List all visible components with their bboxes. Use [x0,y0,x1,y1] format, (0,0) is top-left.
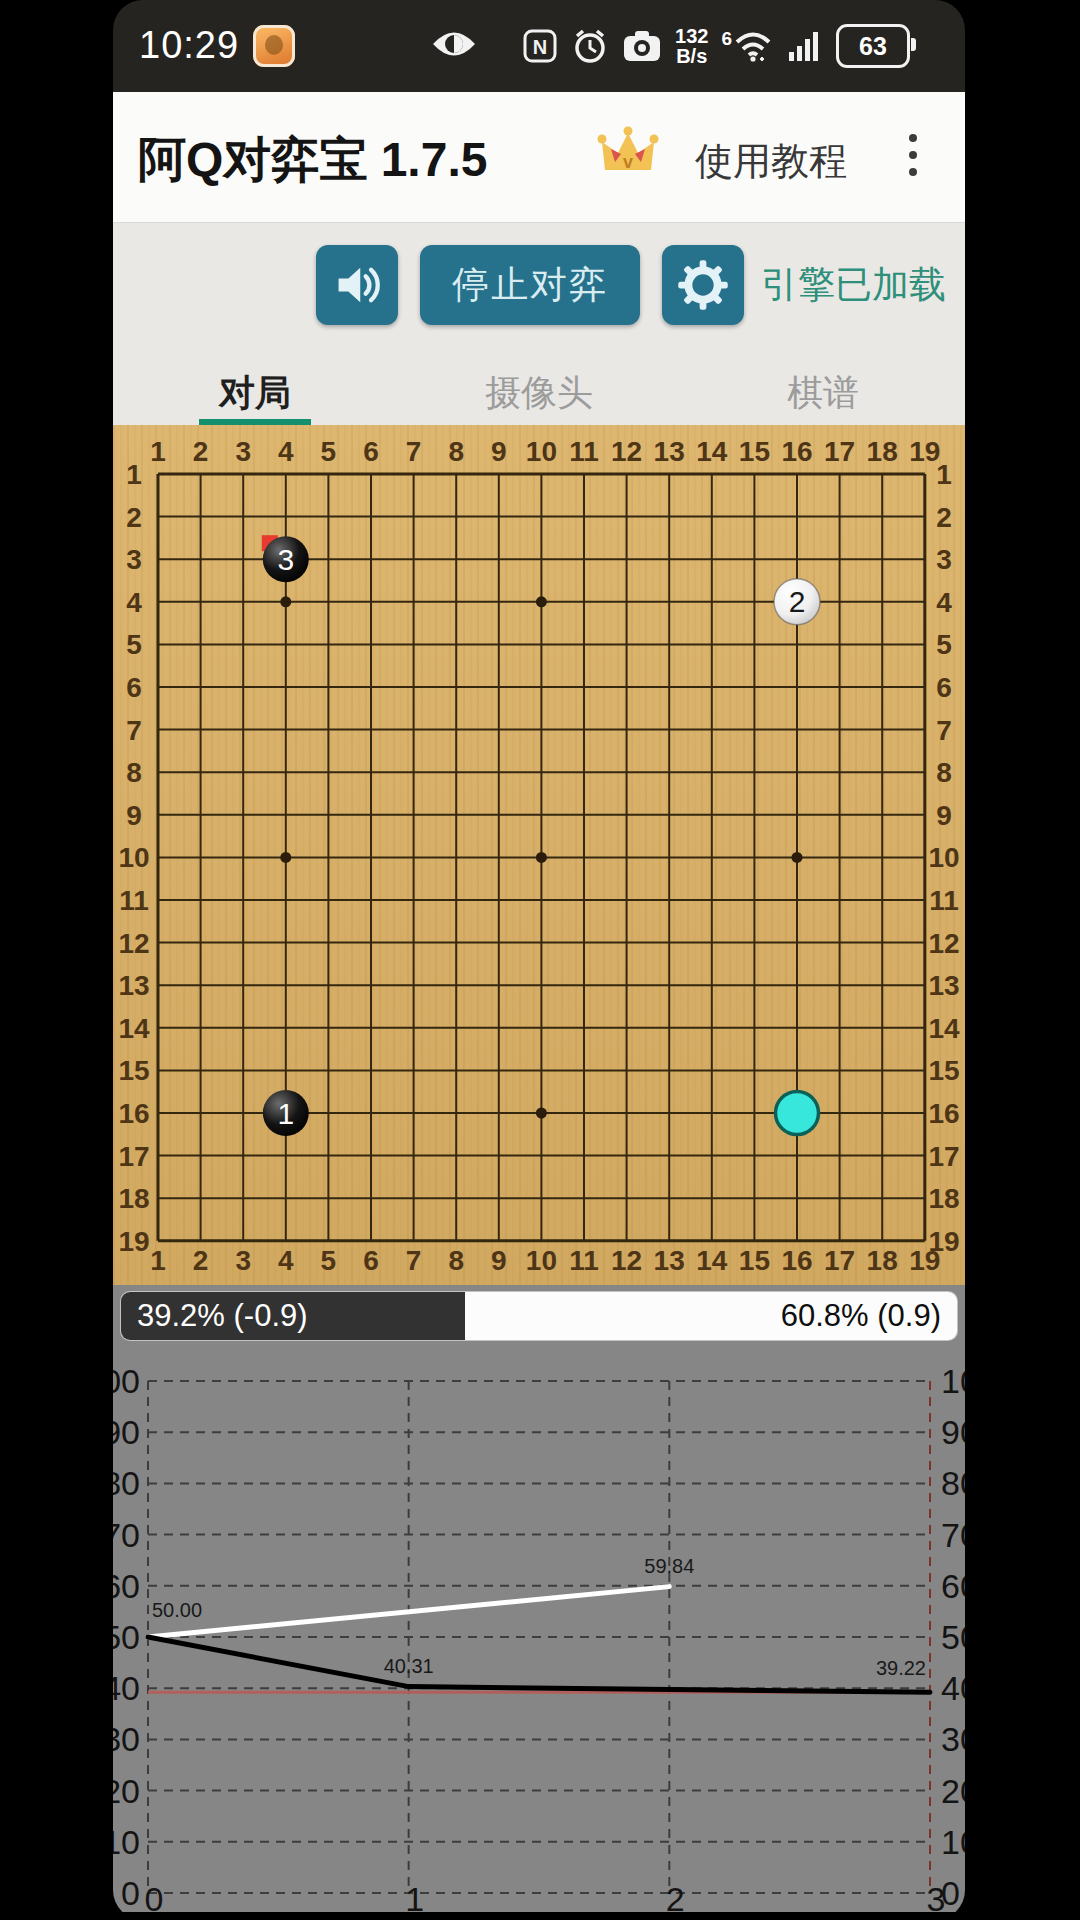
svg-text:5: 5 [321,1245,337,1276]
svg-text:4: 4 [936,587,952,618]
svg-text:11: 11 [569,436,599,467]
svg-text:3: 3 [126,544,142,575]
svg-text:13: 13 [654,1245,685,1276]
svg-text:17: 17 [928,1141,959,1172]
point-label: 40.31 [384,1655,434,1677]
tab-bar: 对局摄像头棋谱 [113,360,965,426]
svg-text:15: 15 [739,1245,770,1276]
star-point [280,596,291,607]
svg-text:0: 0 [121,1874,140,1912]
winrate-bar: 39.2% (-0.9) 60.8% (0.9) [121,1292,957,1340]
svg-text:20: 20 [941,1772,965,1810]
svg-text:10: 10 [941,1823,965,1861]
vip-crown-icon[interactable]: v [595,124,661,184]
white-winrate-label: 60.8% (0.9) [781,1292,941,1340]
notification-app-icon [253,25,295,67]
svg-text:1: 1 [126,459,142,490]
svg-text:8: 8 [126,757,142,788]
alarm-icon [571,27,609,65]
svg-text:30: 30 [941,1720,965,1758]
svg-text:8: 8 [936,757,952,788]
svg-text:80: 80 [941,1464,965,1502]
svg-text:18: 18 [867,1245,898,1276]
series-black-win-rate [148,1637,930,1692]
stop-game-button[interactable]: 停止对弈 [420,245,640,325]
svg-text:4: 4 [278,436,294,467]
phone-screen: 10:29 N 132 B/s 6 63 阿Q对弈宝 1.7.5 v 使用教程 [113,0,965,1920]
tutorial-link[interactable]: 使用教程 [695,136,847,187]
overflow-menu-icon[interactable] [903,128,923,182]
svg-text:19: 19 [928,1226,959,1257]
star-point [536,1108,547,1119]
star-point [536,852,547,863]
svg-text:16: 16 [928,1098,959,1129]
svg-text:2: 2 [936,502,952,533]
svg-text:6: 6 [363,1245,379,1276]
svg-text:15: 15 [928,1055,959,1086]
svg-text:7: 7 [406,1245,422,1276]
star-point [536,596,547,607]
star-point [280,852,291,863]
svg-text:10: 10 [113,1823,140,1861]
nfc-icon: N [522,28,558,64]
svg-text:7: 7 [126,715,142,746]
stone-move-number: 2 [789,585,806,618]
svg-text:12: 12 [611,436,642,467]
svg-text:70: 70 [113,1516,140,1554]
status-bar: 10:29 N 132 B/s 6 63 [113,0,965,92]
svg-text:16: 16 [781,1245,812,1276]
star-point [792,852,803,863]
svg-text:15: 15 [739,436,770,467]
svg-text:12: 12 [611,1245,642,1276]
svg-text:v: v [623,152,633,172]
camera-icon [622,29,662,63]
control-panel: 停止对弈 引擎已加载 对局摄像头棋谱 [113,222,965,426]
svg-text:11: 11 [119,885,149,916]
svg-text:5: 5 [936,629,952,660]
svg-text:40: 40 [113,1669,140,1707]
svg-text:60: 60 [113,1567,140,1605]
svg-text:8: 8 [448,1245,464,1276]
svg-text:2: 2 [193,436,209,467]
svg-text:2: 2 [666,1880,685,1918]
svg-text:10: 10 [118,842,149,873]
battery-icon: 63 [836,24,910,68]
go-board[interactable]: 1111222233334444555566667777888899991010… [113,425,965,1285]
svg-text:60: 60 [941,1567,965,1605]
svg-text:15: 15 [118,1055,149,1086]
ai-suggestion-stone [776,1092,819,1135]
signal-icon [787,28,823,64]
winrate-black-segment: 39.2% (-0.9) [121,1292,465,1340]
svg-text:18: 18 [928,1183,959,1214]
svg-text:9: 9 [491,1245,507,1276]
svg-text:16: 16 [118,1098,149,1129]
svg-text:3: 3 [235,436,251,467]
engine-status: 引擎已加载 [761,245,946,325]
svg-text:1: 1 [150,436,166,467]
svg-text:100: 100 [941,1362,965,1400]
svg-text:70: 70 [941,1516,965,1554]
status-icons: N 132 B/s 6 63 [522,0,910,92]
svg-text:3: 3 [927,1880,946,1918]
svg-text:18: 18 [867,436,898,467]
svg-text:17: 17 [118,1141,149,1172]
analysis-panel: 39.2% (-0.9) 60.8% (0.9) 001010202030304… [113,1285,965,1912]
svg-text:2: 2 [126,502,142,533]
point-label: 39.22 [876,1657,926,1679]
svg-text:0: 0 [145,1880,164,1918]
black-winrate-label: 39.2% (-0.9) [137,1298,308,1334]
svg-text:50: 50 [113,1618,140,1656]
sound-button[interactable] [316,245,398,325]
svg-text:50: 50 [941,1618,965,1656]
svg-text:10: 10 [526,436,557,467]
wifi-icon: 6 [721,28,774,64]
title-bar: 阿Q对弈宝 1.7.5 v 使用教程 [113,92,965,222]
page-title: 阿Q对弈宝 1.7.5 [138,128,487,192]
svg-text:16: 16 [781,436,812,467]
svg-text:1: 1 [150,1245,166,1276]
svg-text:13: 13 [654,436,685,467]
svg-text:5: 5 [126,629,142,660]
svg-text:14: 14 [928,1013,960,1044]
stone-move-number: 3 [277,543,294,576]
svg-text:4: 4 [126,587,142,618]
svg-text:9: 9 [126,800,142,831]
network-speed: 132 B/s [675,26,708,66]
svg-text:14: 14 [696,436,728,467]
svg-text:3: 3 [235,1245,251,1276]
svg-text:30: 30 [113,1720,140,1758]
svg-text:7: 7 [936,715,952,746]
svg-text:80: 80 [113,1464,140,1502]
svg-text:6: 6 [126,672,142,703]
svg-text:11: 11 [569,1245,599,1276]
svg-text:13: 13 [928,970,959,1001]
speaker-icon [331,259,383,311]
svg-text:20: 20 [113,1772,140,1810]
svg-text:11: 11 [929,885,959,916]
tab-2[interactable]: 摄像头 [397,360,681,426]
svg-text:12: 12 [928,928,959,959]
svg-text:5: 5 [321,436,337,467]
svg-text:13: 13 [118,970,149,1001]
clock: 10:29 [139,24,239,67]
svg-text:1: 1 [405,1880,424,1918]
svg-text:19: 19 [909,436,940,467]
svg-text:18: 18 [118,1183,149,1214]
tab-3[interactable]: 棋谱 [681,360,965,426]
svg-text:14: 14 [696,1245,728,1276]
svg-text:14: 14 [118,1013,150,1044]
svg-text:8: 8 [448,436,464,467]
svg-text:10: 10 [928,842,959,873]
svg-text:100: 100 [113,1362,140,1400]
eye-comfort-icon [431,28,477,64]
gear-icon [676,258,730,312]
svg-text:12: 12 [118,928,149,959]
settings-button[interactable] [662,245,744,325]
stone-move-number: 1 [277,1097,294,1130]
point-label: 50.00 [152,1599,202,1621]
tab-1[interactable]: 对局 [113,360,397,426]
svg-text:9: 9 [491,436,507,467]
point-label: 59.84 [644,1555,694,1577]
svg-text:4: 4 [278,1245,294,1276]
svg-text:40: 40 [941,1669,965,1707]
svg-text:3: 3 [936,544,952,575]
svg-text:17: 17 [824,436,855,467]
svg-text:90: 90 [941,1413,965,1451]
svg-text:7: 7 [406,436,422,467]
winrate-chart: 0010102020303040405050606070708080909010… [113,1360,965,1920]
svg-text:N: N [533,36,547,58]
svg-text:17: 17 [824,1245,855,1276]
svg-text:2: 2 [193,1245,209,1276]
svg-text:19: 19 [118,1226,149,1257]
svg-text:9: 9 [936,800,952,831]
svg-text:90: 90 [113,1413,140,1451]
svg-text:6: 6 [936,672,952,703]
svg-text:6: 6 [363,436,379,467]
svg-text:10: 10 [526,1245,557,1276]
